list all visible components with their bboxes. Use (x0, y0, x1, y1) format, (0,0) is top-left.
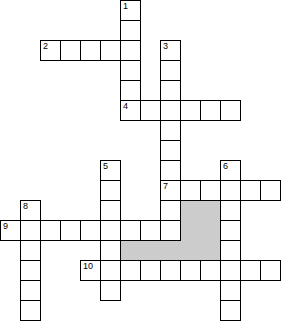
crossword-cell[interactable] (100, 260, 121, 281)
crossword-cell-shaded[interactable] (200, 220, 221, 241)
crossword-cell[interactable] (200, 100, 221, 121)
crossword-cell[interactable]: 2 (40, 40, 61, 61)
crossword-cell[interactable] (180, 100, 201, 121)
crossword-cell[interactable]: 7 (160, 180, 181, 201)
crossword-board: 12345678910 (0, 0, 281, 321)
crossword-cell-shaded[interactable] (180, 240, 201, 261)
crossword-cell[interactable]: 10 (80, 260, 101, 281)
clue-number: 4 (123, 101, 128, 111)
crossword-cell-shaded[interactable] (180, 220, 201, 241)
crossword-cell[interactable] (220, 300, 241, 321)
crossword-cell[interactable] (20, 280, 41, 301)
crossword-cell[interactable] (160, 80, 181, 101)
crossword-cell[interactable] (120, 40, 141, 61)
crossword-cell[interactable] (120, 80, 141, 101)
crossword-cell[interactable] (40, 220, 61, 241)
crossword-cell[interactable] (80, 220, 101, 241)
crossword-cell[interactable] (20, 300, 41, 321)
crossword-cell[interactable] (120, 60, 141, 81)
crossword-cell[interactable] (180, 180, 201, 201)
crossword-cell[interactable] (100, 280, 121, 301)
crossword-cell[interactable] (120, 20, 141, 41)
crossword-cell[interactable] (260, 260, 281, 281)
crossword-cell[interactable]: 9 (0, 220, 21, 241)
crossword-cell[interactable] (60, 40, 81, 61)
crossword-cell-shaded[interactable] (140, 240, 161, 261)
crossword-cell[interactable] (140, 220, 161, 241)
crossword-cell[interactable] (240, 180, 261, 201)
crossword-cell[interactable] (220, 180, 241, 201)
crossword-cell[interactable] (160, 220, 181, 241)
clue-number: 9 (3, 221, 8, 231)
crossword-cell[interactable] (100, 40, 121, 61)
crossword-cell[interactable]: 5 (100, 160, 121, 181)
crossword-cell[interactable] (220, 240, 241, 261)
crossword-cell[interactable] (160, 160, 181, 181)
crossword-cell[interactable] (120, 260, 141, 281)
crossword-cell[interactable] (220, 100, 241, 121)
crossword-cell[interactable] (140, 260, 161, 281)
crossword-cell[interactable] (160, 120, 181, 141)
crossword-cell[interactable] (20, 220, 41, 241)
crossword-cell-shaded[interactable] (200, 240, 221, 261)
crossword-cell[interactable] (220, 200, 241, 221)
crossword-cell[interactable]: 4 (120, 100, 141, 121)
crossword-cell[interactable] (160, 200, 181, 221)
crossword-cell[interactable] (160, 140, 181, 161)
crossword-cell[interactable] (100, 240, 121, 261)
crossword-cell[interactable]: 1 (120, 0, 141, 21)
crossword-cell[interactable] (100, 180, 121, 201)
crossword-cell-shaded[interactable] (160, 240, 181, 261)
crossword-cell[interactable] (260, 180, 281, 201)
crossword-cell-shaded[interactable] (200, 200, 221, 221)
crossword-cell[interactable] (20, 240, 41, 261)
crossword-cell[interactable] (160, 100, 181, 121)
clue-number: 3 (163, 41, 168, 51)
crossword-cell[interactable]: 6 (220, 160, 241, 181)
crossword-cell[interactable] (100, 220, 121, 241)
crossword-cell[interactable] (20, 260, 41, 281)
crossword-cell[interactable] (180, 260, 201, 281)
crossword-cell[interactable]: 8 (20, 200, 41, 221)
crossword-cell[interactable] (100, 200, 121, 221)
clue-number: 7 (163, 181, 168, 191)
clue-number: 1 (123, 1, 128, 11)
clue-number: 2 (43, 41, 48, 51)
crossword-cell-shaded[interactable] (120, 240, 141, 261)
crossword-cell-shaded[interactable] (180, 200, 201, 221)
crossword-cell[interactable] (160, 60, 181, 81)
clue-number: 5 (103, 161, 108, 171)
crossword-cell[interactable] (220, 260, 241, 281)
crossword-cell[interactable] (160, 260, 181, 281)
crossword-cell[interactable] (200, 260, 221, 281)
crossword-cell[interactable]: 3 (160, 40, 181, 61)
crossword-cell[interactable] (220, 280, 241, 301)
clue-number: 10 (83, 261, 93, 271)
crossword-cell[interactable] (200, 180, 221, 201)
crossword-cell[interactable] (60, 220, 81, 241)
crossword-cell[interactable] (220, 220, 241, 241)
crossword-cell[interactable] (80, 40, 101, 61)
clue-number: 6 (223, 161, 228, 171)
crossword-cell[interactable] (140, 100, 161, 121)
clue-number: 8 (23, 201, 28, 211)
crossword-cell[interactable] (120, 220, 141, 241)
crossword-cell[interactable] (240, 260, 261, 281)
